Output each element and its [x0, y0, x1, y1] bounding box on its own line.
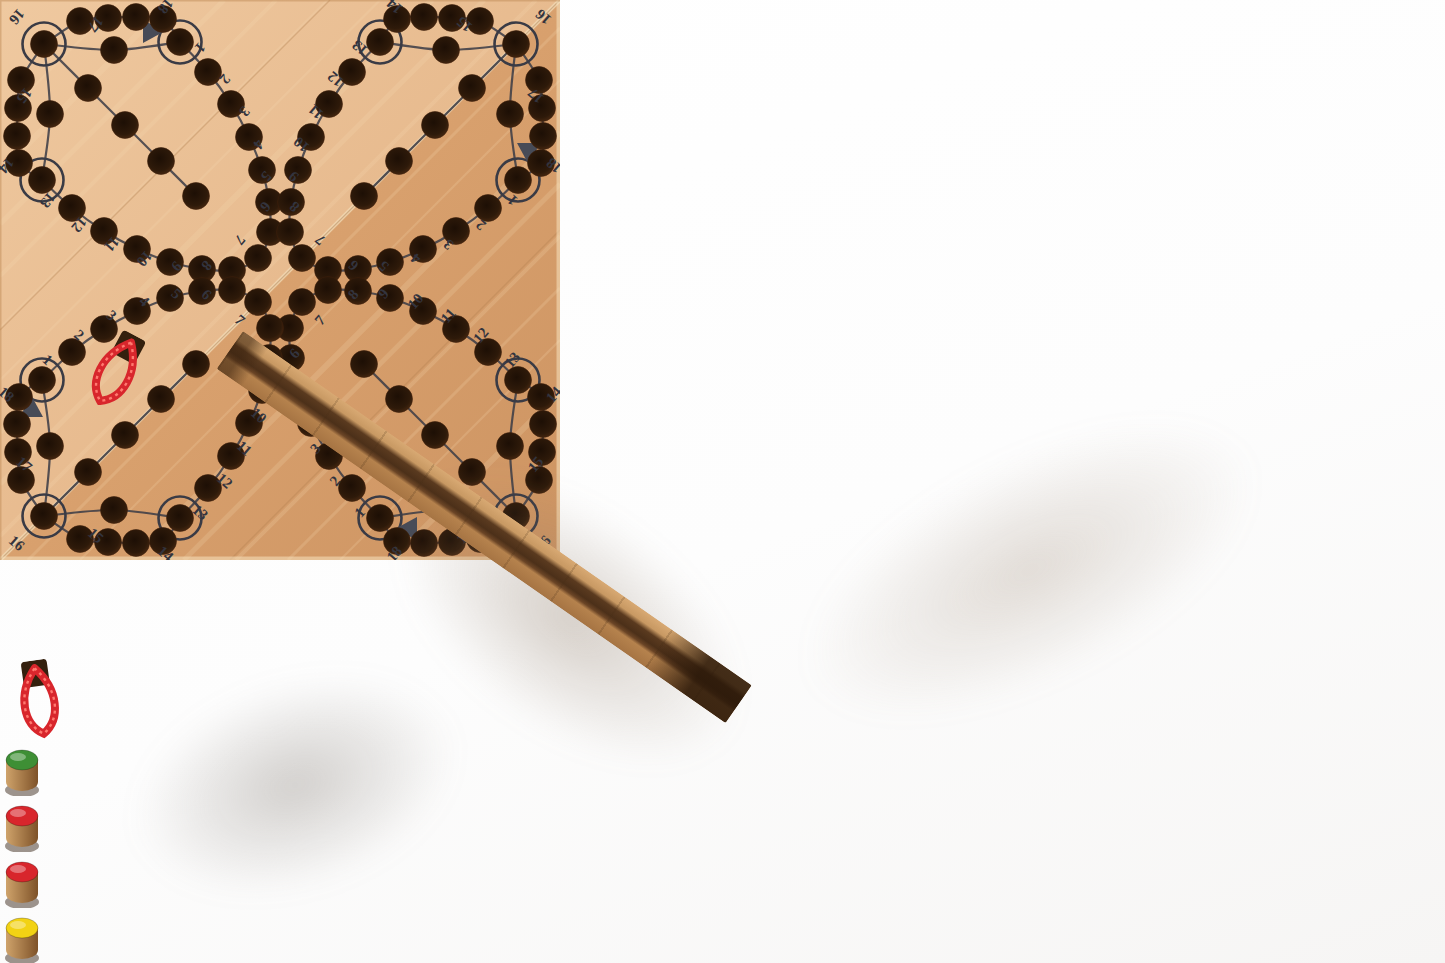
hole-bottom-track-8[interactable]: [315, 277, 342, 304]
hole-right-track-7[interactable]: [289, 245, 316, 272]
hole-left-track-14[interactable]: [167, 505, 194, 532]
hole-right-track-16[interactable]: [503, 31, 530, 58]
hole-top-base-a3[interactable]: [123, 4, 150, 31]
hole-left-track-18[interactable]: [29, 367, 56, 394]
photo-scene: { "game": "Tock (Tac) — wooden 4-player …: [0, 0, 1445, 963]
hole-right-track-14[interactable]: [367, 29, 394, 56]
hole-top-track-18[interactable]: [167, 29, 194, 56]
hole-left-track-1[interactable]: [59, 339, 86, 366]
hole-right-finish-1[interactable]: [459, 75, 486, 102]
hole-left-finish-1[interactable]: [75, 459, 102, 486]
hole-top-track-7[interactable]: [245, 245, 272, 272]
hole-bottom-base-b3[interactable]: [530, 411, 557, 438]
peg-red-bottom-track-18[interactable]: [0, 800, 1445, 856]
hole-left-track-15[interactable]: [101, 497, 128, 524]
hole-right-base-b3[interactable]: [411, 4, 438, 31]
hole-top-base-b3[interactable]: [4, 123, 31, 150]
hole-bottom-finish-3[interactable]: [386, 386, 413, 413]
hole-top-track-2[interactable]: [218, 91, 245, 118]
hole-left-track-16[interactable]: [31, 503, 58, 530]
hole-top-track-1[interactable]: [195, 59, 222, 86]
hole-right-track-8[interactable]: [277, 219, 304, 246]
hole-right-track-2[interactable]: [443, 218, 470, 245]
hole-left-track-17[interactable]: [37, 433, 64, 460]
hole-left-track-6[interactable]: [219, 277, 246, 304]
hole-right-track-1[interactable]: [475, 195, 502, 222]
hole-right-finish-2[interactable]: [422, 112, 449, 139]
hole-bottom-finish-4[interactable]: [351, 351, 378, 378]
rope-loops: [0, 564, 1445, 744]
peg-green-left-track-7[interactable]: [0, 744, 1445, 800]
hole-right-track-17[interactable]: [497, 101, 524, 128]
hole-left-track-8[interactable]: [257, 315, 284, 342]
hole-bottom-finish-2[interactable]: [422, 422, 449, 449]
hole-top-track-16[interactable]: [31, 31, 58, 58]
hole-right-track-15[interactable]: [433, 37, 460, 64]
hole-top-track-17[interactable]: [101, 37, 128, 64]
hole-left-base-b3[interactable]: [123, 530, 150, 557]
hole-bottom-track-7[interactable]: [289, 289, 316, 316]
hole-left-base-a3[interactable]: [4, 411, 31, 438]
hole-right-track-18[interactable]: [505, 167, 532, 194]
hole-right-finish-3[interactable]: [386, 148, 413, 175]
hole-top-finish-4[interactable]: [183, 183, 210, 210]
hole-bottom-track-14[interactable]: [505, 367, 532, 394]
peg-red-bottom-track-1[interactable]: [0, 856, 1445, 912]
hole-top-track-14[interactable]: [29, 167, 56, 194]
hole-right-finish-4[interactable]: [351, 183, 378, 210]
hole-top-finish-3[interactable]: [148, 148, 175, 175]
hole-bottom-track-15[interactable]: [497, 433, 524, 460]
hole-top-track-15[interactable]: [37, 101, 64, 128]
hole-top-finish-2[interactable]: [112, 112, 139, 139]
hole-top-finish-1[interactable]: [75, 75, 102, 102]
hole-left-track-7[interactable]: [245, 289, 272, 316]
hole-bottom-finish-1[interactable]: [459, 459, 486, 486]
hole-right-base-a3[interactable]: [530, 123, 557, 150]
